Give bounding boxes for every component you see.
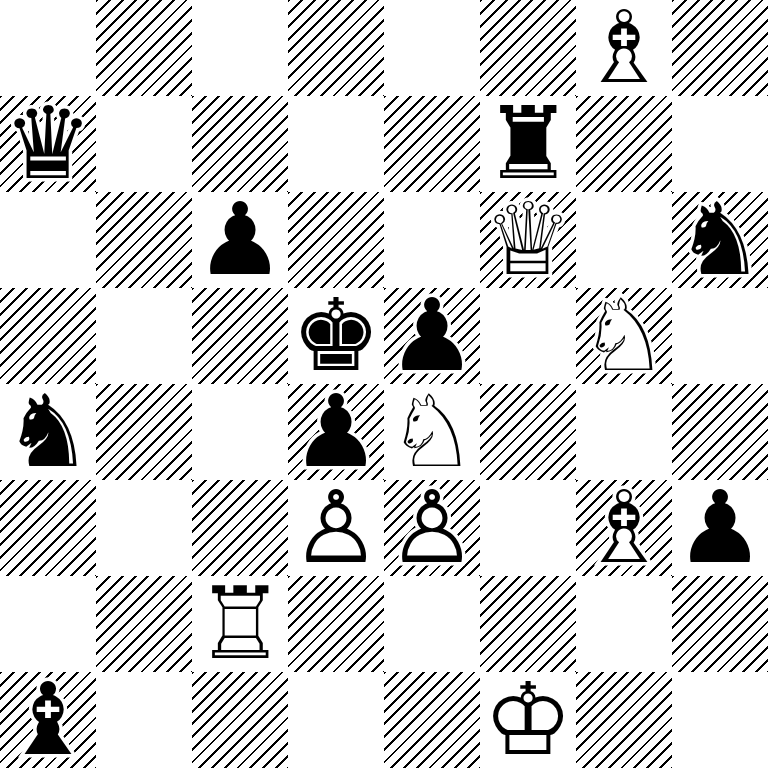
piece-black-rook: ♜ xyxy=(480,96,576,192)
black-pawn-halo: ♟ xyxy=(192,192,288,288)
piece-white-knight: ♘ xyxy=(384,384,480,480)
black-knight-halo: ♞ xyxy=(672,192,768,288)
square-e8[interactable] xyxy=(384,0,480,96)
square-h3[interactable]: ♟♟ xyxy=(672,480,768,576)
square-b8[interactable] xyxy=(96,0,192,96)
piece-black-pawn: ♟ xyxy=(384,288,480,384)
square-e5[interactable]: ♟♟ xyxy=(384,288,480,384)
square-h2[interactable] xyxy=(672,576,768,672)
square-c6[interactable]: ♟♟ xyxy=(192,192,288,288)
white-bishop-halo: ♝ xyxy=(576,480,672,576)
square-c2[interactable]: ♜♖ xyxy=(192,576,288,672)
square-d7[interactable] xyxy=(288,96,384,192)
piece-white-bishop: ♗ xyxy=(576,480,672,576)
black-king-halo: ♚ xyxy=(288,288,384,384)
white-rook-halo: ♜ xyxy=(192,576,288,672)
white-knight-halo: ♞ xyxy=(384,384,480,480)
white-king-halo: ♚ xyxy=(480,672,576,768)
black-pawn-halo: ♟ xyxy=(288,384,384,480)
white-bishop-halo: ♝ xyxy=(576,0,672,96)
black-pawn-halo: ♟ xyxy=(672,480,768,576)
square-a1[interactable]: ♝♝ xyxy=(0,672,96,768)
piece-black-queen: ♛ xyxy=(0,96,96,192)
square-f4[interactable] xyxy=(480,384,576,480)
square-d1[interactable] xyxy=(288,672,384,768)
black-bishop-halo: ♝ xyxy=(0,672,96,768)
square-f5[interactable] xyxy=(480,288,576,384)
square-f2[interactable] xyxy=(480,576,576,672)
square-h4[interactable] xyxy=(672,384,768,480)
piece-black-bishop: ♝ xyxy=(0,672,96,768)
square-g3[interactable]: ♝♗ xyxy=(576,480,672,576)
square-g1[interactable] xyxy=(576,672,672,768)
square-f3[interactable] xyxy=(480,480,576,576)
square-f1[interactable]: ♚♔ xyxy=(480,672,576,768)
white-queen-halo: ♛ xyxy=(480,192,576,288)
square-c4[interactable] xyxy=(192,384,288,480)
square-c5[interactable] xyxy=(192,288,288,384)
piece-white-pawn: ♙ xyxy=(384,480,480,576)
square-a6[interactable] xyxy=(0,192,96,288)
black-knight-halo: ♞ xyxy=(0,384,96,480)
square-f6[interactable]: ♛♕ xyxy=(480,192,576,288)
piece-white-rook: ♖ xyxy=(192,576,288,672)
square-h7[interactable] xyxy=(672,96,768,192)
piece-white-queen: ♕ xyxy=(480,192,576,288)
square-h8[interactable] xyxy=(672,0,768,96)
square-b7[interactable] xyxy=(96,96,192,192)
square-b6[interactable] xyxy=(96,192,192,288)
square-d5[interactable]: ♚♚ xyxy=(288,288,384,384)
square-b5[interactable] xyxy=(96,288,192,384)
square-d3[interactable]: ♟♙ xyxy=(288,480,384,576)
square-d4[interactable]: ♟♟ xyxy=(288,384,384,480)
square-b2[interactable] xyxy=(96,576,192,672)
square-f7[interactable]: ♜♜ xyxy=(480,96,576,192)
square-g5[interactable]: ♞♘ xyxy=(576,288,672,384)
white-pawn-halo: ♟ xyxy=(384,480,480,576)
square-b4[interactable] xyxy=(96,384,192,480)
square-a3[interactable] xyxy=(0,480,96,576)
piece-black-king: ♚ xyxy=(288,288,384,384)
piece-white-knight: ♘ xyxy=(576,288,672,384)
piece-black-pawn: ♟ xyxy=(672,480,768,576)
square-h1[interactable] xyxy=(672,672,768,768)
square-a2[interactable] xyxy=(0,576,96,672)
square-d8[interactable] xyxy=(288,0,384,96)
square-h6[interactable]: ♞♞ xyxy=(672,192,768,288)
square-b1[interactable] xyxy=(96,672,192,768)
square-d2[interactable] xyxy=(288,576,384,672)
square-c1[interactable] xyxy=(192,672,288,768)
square-a5[interactable] xyxy=(0,288,96,384)
piece-white-king: ♔ xyxy=(480,672,576,768)
piece-white-bishop: ♗ xyxy=(576,0,672,96)
square-e4[interactable]: ♞♘ xyxy=(384,384,480,480)
square-a4[interactable]: ♞♞ xyxy=(0,384,96,480)
square-g6[interactable] xyxy=(576,192,672,288)
piece-black-pawn: ♟ xyxy=(288,384,384,480)
square-a7[interactable]: ♛♛ xyxy=(0,96,96,192)
white-pawn-halo: ♟ xyxy=(288,480,384,576)
square-c3[interactable] xyxy=(192,480,288,576)
square-h5[interactable] xyxy=(672,288,768,384)
square-g4[interactable] xyxy=(576,384,672,480)
piece-black-knight: ♞ xyxy=(672,192,768,288)
square-g2[interactable] xyxy=(576,576,672,672)
square-c7[interactable] xyxy=(192,96,288,192)
square-g8[interactable]: ♝♗ xyxy=(576,0,672,96)
square-f8[interactable] xyxy=(480,0,576,96)
square-b3[interactable] xyxy=(96,480,192,576)
square-g7[interactable] xyxy=(576,96,672,192)
piece-white-pawn: ♙ xyxy=(288,480,384,576)
square-e2[interactable] xyxy=(384,576,480,672)
black-pawn-halo: ♟ xyxy=(384,288,480,384)
black-rook-halo: ♜ xyxy=(480,96,576,192)
white-knight-halo: ♞ xyxy=(576,288,672,384)
chess-board: ♝♗♛♛♜♜♟♟♛♕♞♞♚♚♟♟♞♘♞♞♟♟♞♘♟♙♟♙♝♗♟♟♜♖♝♝♚♔ xyxy=(0,0,768,768)
square-c8[interactable] xyxy=(192,0,288,96)
square-e1[interactable] xyxy=(384,672,480,768)
square-e3[interactable]: ♟♙ xyxy=(384,480,480,576)
piece-black-pawn: ♟ xyxy=(192,192,288,288)
square-d6[interactable] xyxy=(288,192,384,288)
black-queen-halo: ♛ xyxy=(0,96,96,192)
square-e6[interactable] xyxy=(384,192,480,288)
square-e7[interactable] xyxy=(384,96,480,192)
square-a8[interactable] xyxy=(0,0,96,96)
piece-black-knight: ♞ xyxy=(0,384,96,480)
